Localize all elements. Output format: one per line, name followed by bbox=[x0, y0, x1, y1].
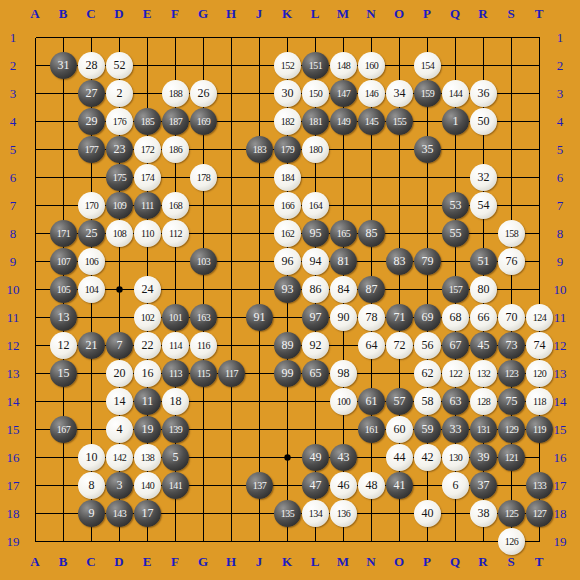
stone-N10-move-87[interactable]: 87 bbox=[358, 276, 385, 303]
row-label-right-6: 6 bbox=[557, 171, 564, 184]
stone-R10-move-80[interactable]: 80 bbox=[470, 276, 497, 303]
stone-F11-move-101[interactable]: 101 bbox=[162, 304, 189, 331]
stone-T14-move-118[interactable]: 118 bbox=[526, 388, 553, 415]
stone-K12-move-89[interactable]: 89 bbox=[274, 332, 301, 359]
row-label-left-6: 6 bbox=[10, 171, 17, 184]
stone-E18-move-17[interactable]: 17 bbox=[134, 500, 161, 527]
row-label-left-8: 8 bbox=[10, 227, 17, 240]
stone-C5-move-177[interactable]: 177 bbox=[78, 136, 105, 163]
stone-D14-move-14[interactable]: 14 bbox=[106, 388, 133, 415]
stone-D4-move-176[interactable]: 176 bbox=[106, 108, 133, 135]
row-label-left-5: 5 bbox=[10, 143, 17, 156]
stone-Q12-move-67[interactable]: 67 bbox=[442, 332, 469, 359]
stone-C7-move-170[interactable]: 170 bbox=[78, 192, 105, 219]
stone-S8-move-158[interactable]: 158 bbox=[498, 220, 525, 247]
stone-K4-move-182[interactable]: 182 bbox=[274, 108, 301, 135]
row-label-right-3: 3 bbox=[557, 87, 564, 100]
stone-E6-move-174[interactable]: 174 bbox=[134, 164, 161, 191]
stone-Q14-move-63[interactable]: 63 bbox=[442, 388, 469, 415]
stone-Q16-move-130[interactable]: 130 bbox=[442, 444, 469, 471]
row-label-left-19: 19 bbox=[7, 535, 20, 548]
row-label-right-19: 19 bbox=[554, 535, 567, 548]
stone-D16-move-142[interactable]: 142 bbox=[106, 444, 133, 471]
stone-J5-move-183[interactable]: 183 bbox=[246, 136, 273, 163]
row-label-right-16: 16 bbox=[554, 451, 567, 464]
stone-B12-move-12[interactable]: 12 bbox=[50, 332, 77, 359]
stone-S9-move-76[interactable]: 76 bbox=[498, 248, 525, 275]
row-label-left-12: 12 bbox=[7, 339, 20, 352]
stone-S16-move-121[interactable]: 121 bbox=[498, 444, 525, 471]
stone-N17-move-48[interactable]: 48 bbox=[358, 472, 385, 499]
col-label-bottom-J: J bbox=[256, 555, 263, 568]
row-label-right-11: 11 bbox=[554, 311, 567, 324]
stone-M14-move-100[interactable]: 100 bbox=[330, 388, 357, 415]
stone-S19-move-126[interactable]: 126 bbox=[498, 528, 525, 555]
col-label-bottom-D: D bbox=[114, 555, 123, 568]
stone-R7-move-54[interactable]: 54 bbox=[470, 192, 497, 219]
col-label-top-L: L bbox=[311, 7, 320, 20]
stone-T12-move-74[interactable]: 74 bbox=[526, 332, 553, 359]
stone-N11-move-78[interactable]: 78 bbox=[358, 304, 385, 331]
col-label-top-D: D bbox=[114, 7, 123, 20]
stone-K13-move-99[interactable]: 99 bbox=[274, 360, 301, 387]
stone-L4-move-181[interactable]: 181 bbox=[302, 108, 329, 135]
stone-C9-move-106[interactable]: 106 bbox=[78, 248, 105, 275]
col-label-top-M: M bbox=[337, 7, 349, 20]
stone-C12-move-21[interactable]: 21 bbox=[78, 332, 105, 359]
stone-L9-move-94[interactable]: 94 bbox=[302, 248, 329, 275]
stone-B8-move-171[interactable]: 171 bbox=[50, 220, 77, 247]
stone-Q7-move-53[interactable]: 53 bbox=[442, 192, 469, 219]
stone-D3-move-2[interactable]: 2 bbox=[106, 80, 133, 107]
stone-L12-move-92[interactable]: 92 bbox=[302, 332, 329, 359]
col-label-bottom-N: N bbox=[366, 555, 375, 568]
stone-D2-move-52[interactable]: 52 bbox=[106, 52, 133, 79]
row-label-right-9: 9 bbox=[557, 255, 564, 268]
stone-Q17-move-6[interactable]: 6 bbox=[442, 472, 469, 499]
row-label-left-9: 9 bbox=[10, 255, 17, 268]
stone-O3-move-34[interactable]: 34 bbox=[386, 80, 413, 107]
col-label-bottom-R: R bbox=[478, 555, 487, 568]
stone-B2-move-31[interactable]: 31 bbox=[50, 52, 77, 79]
col-label-top-J: J bbox=[256, 7, 263, 20]
stone-P16-move-42[interactable]: 42 bbox=[414, 444, 441, 471]
stone-R4-move-50[interactable]: 50 bbox=[470, 108, 497, 135]
stone-C10-move-104[interactable]: 104 bbox=[78, 276, 105, 303]
stone-Q8-move-55[interactable]: 55 bbox=[442, 220, 469, 247]
stone-O11-move-71[interactable]: 71 bbox=[386, 304, 413, 331]
stone-K6-move-184[interactable]: 184 bbox=[274, 164, 301, 191]
stone-T11-move-124[interactable]: 124 bbox=[526, 304, 553, 331]
row-label-left-10: 10 bbox=[7, 283, 20, 296]
stone-N2-move-160[interactable]: 160 bbox=[358, 52, 385, 79]
stone-D15-move-4[interactable]: 4 bbox=[106, 416, 133, 443]
stone-M17-move-46[interactable]: 46 bbox=[330, 472, 357, 499]
stone-N14-move-61[interactable]: 61 bbox=[358, 388, 385, 415]
stone-P13-move-62[interactable]: 62 bbox=[414, 360, 441, 387]
stone-M3-move-147[interactable]: 147 bbox=[330, 80, 357, 107]
stone-G11-move-163[interactable]: 163 bbox=[190, 304, 217, 331]
col-label-top-T: T bbox=[535, 7, 544, 20]
stone-S18-move-125[interactable]: 125 bbox=[498, 500, 525, 527]
stone-F15-move-139[interactable]: 139 bbox=[162, 416, 189, 443]
stone-R12-move-45[interactable]: 45 bbox=[470, 332, 497, 359]
stone-R13-move-132[interactable]: 132 bbox=[470, 360, 497, 387]
col-label-top-O: O bbox=[394, 7, 404, 20]
stone-D5-move-23[interactable]: 23 bbox=[106, 136, 133, 163]
stone-S11-move-70[interactable]: 70 bbox=[498, 304, 525, 331]
stone-M18-move-136[interactable]: 136 bbox=[330, 500, 357, 527]
col-label-top-E: E bbox=[143, 7, 152, 20]
stone-G6-move-178[interactable]: 178 bbox=[190, 164, 217, 191]
stone-K18-move-135[interactable]: 135 bbox=[274, 500, 301, 527]
row-label-left-15: 15 bbox=[7, 423, 20, 436]
stone-P11-move-69[interactable]: 69 bbox=[414, 304, 441, 331]
stone-E17-move-140[interactable]: 140 bbox=[134, 472, 161, 499]
row-label-left-18: 18 bbox=[7, 507, 20, 520]
stone-F7-move-168[interactable]: 168 bbox=[162, 192, 189, 219]
stone-S13-move-123[interactable]: 123 bbox=[498, 360, 525, 387]
stone-O15-move-60[interactable]: 60 bbox=[386, 416, 413, 443]
stone-K9-move-96[interactable]: 96 bbox=[274, 248, 301, 275]
row-label-left-17: 17 bbox=[7, 479, 20, 492]
row-label-right-14: 14 bbox=[554, 395, 567, 408]
stone-E4-move-185[interactable]: 185 bbox=[134, 108, 161, 135]
stone-P12-move-56[interactable]: 56 bbox=[414, 332, 441, 359]
row-label-right-13: 13 bbox=[554, 367, 567, 380]
stone-C2-move-28[interactable]: 28 bbox=[78, 52, 105, 79]
row-label-left-3: 3 bbox=[10, 87, 17, 100]
col-label-bottom-H: H bbox=[226, 555, 236, 568]
stone-C8-move-25[interactable]: 25 bbox=[78, 220, 105, 247]
stone-E7-move-111[interactable]: 111 bbox=[134, 192, 161, 219]
stone-C4-move-29[interactable]: 29 bbox=[78, 108, 105, 135]
stone-L17-move-47[interactable]: 47 bbox=[302, 472, 329, 499]
stone-K2-move-152[interactable]: 152 bbox=[274, 52, 301, 79]
stone-L8-move-95[interactable]: 95 bbox=[302, 220, 329, 247]
stone-R15-move-131[interactable]: 131 bbox=[470, 416, 497, 443]
stone-N15-move-161[interactable]: 161 bbox=[358, 416, 385, 443]
stone-K8-move-162[interactable]: 162 bbox=[274, 220, 301, 247]
col-label-bottom-F: F bbox=[171, 555, 179, 568]
stone-K7-move-166[interactable]: 166 bbox=[274, 192, 301, 219]
col-label-top-K: K bbox=[282, 7, 292, 20]
row-label-right-17: 17 bbox=[554, 479, 567, 492]
col-label-bottom-A: A bbox=[30, 555, 39, 568]
stone-T17-move-133[interactable]: 133 bbox=[526, 472, 553, 499]
col-label-top-R: R bbox=[478, 7, 487, 20]
col-label-top-Q: Q bbox=[450, 7, 460, 20]
stone-K5-move-179[interactable]: 179 bbox=[274, 136, 301, 163]
col-label-top-S: S bbox=[507, 7, 514, 20]
stone-F12-move-114[interactable]: 114 bbox=[162, 332, 189, 359]
row-label-right-4: 4 bbox=[557, 115, 564, 128]
stone-L10-move-86[interactable]: 86 bbox=[302, 276, 329, 303]
stone-L5-move-180[interactable]: 180 bbox=[302, 136, 329, 163]
stone-Q15-move-33[interactable]: 33 bbox=[442, 416, 469, 443]
stone-P15-move-59[interactable]: 59 bbox=[414, 416, 441, 443]
stone-T13-move-120[interactable]: 120 bbox=[526, 360, 553, 387]
stone-G13-move-115[interactable]: 115 bbox=[190, 360, 217, 387]
row-label-left-7: 7 bbox=[10, 199, 17, 212]
row-label-left-14: 14 bbox=[7, 395, 20, 408]
col-label-bottom-K: K bbox=[282, 555, 292, 568]
col-label-bottom-E: E bbox=[143, 555, 152, 568]
row-label-left-1: 1 bbox=[10, 31, 17, 44]
stone-L11-move-97[interactable]: 97 bbox=[302, 304, 329, 331]
col-label-top-A: A bbox=[30, 7, 39, 20]
stone-P5-move-35[interactable]: 35 bbox=[414, 136, 441, 163]
col-label-bottom-C: C bbox=[86, 555, 95, 568]
stone-O16-move-44[interactable]: 44 bbox=[386, 444, 413, 471]
row-label-right-18: 18 bbox=[554, 507, 567, 520]
stone-L18-move-134[interactable]: 134 bbox=[302, 500, 329, 527]
row-label-right-5: 5 bbox=[557, 143, 564, 156]
stone-O12-move-72[interactable]: 72 bbox=[386, 332, 413, 359]
stone-O17-move-41[interactable]: 41 bbox=[386, 472, 413, 499]
col-label-top-B: B bbox=[59, 7, 68, 20]
stone-D8-move-108[interactable]: 108 bbox=[106, 220, 133, 247]
row-label-left-2: 2 bbox=[10, 59, 17, 72]
stone-E11-move-102[interactable]: 102 bbox=[134, 304, 161, 331]
stone-B9-move-107[interactable]: 107 bbox=[50, 248, 77, 275]
stone-R3-move-36[interactable]: 36 bbox=[470, 80, 497, 107]
col-label-bottom-O: O bbox=[394, 555, 404, 568]
stone-B15-move-167[interactable]: 167 bbox=[50, 416, 77, 443]
stone-P2-move-154[interactable]: 154 bbox=[414, 52, 441, 79]
stone-T18-move-127[interactable]: 127 bbox=[526, 500, 553, 527]
col-label-bottom-B: B bbox=[59, 555, 68, 568]
stone-J17-move-137[interactable]: 137 bbox=[246, 472, 273, 499]
stone-D17-move-3[interactable]: 3 bbox=[106, 472, 133, 499]
col-label-bottom-P: P bbox=[423, 555, 431, 568]
stone-R14-move-128[interactable]: 128 bbox=[470, 388, 497, 415]
stone-Q11-move-68[interactable]: 68 bbox=[442, 304, 469, 331]
stone-R18-move-38[interactable]: 38 bbox=[470, 500, 497, 527]
stone-M2-move-148[interactable]: 148 bbox=[330, 52, 357, 79]
stone-P3-move-159[interactable]: 159 bbox=[414, 80, 441, 107]
stone-D6-move-175[interactable]: 175 bbox=[106, 164, 133, 191]
stone-P14-move-58[interactable]: 58 bbox=[414, 388, 441, 415]
stone-L13-move-65[interactable]: 65 bbox=[302, 360, 329, 387]
stone-D18-move-143[interactable]: 143 bbox=[106, 500, 133, 527]
row-label-right-10: 10 bbox=[554, 283, 567, 296]
stone-E13-move-16[interactable]: 16 bbox=[134, 360, 161, 387]
col-label-top-F: F bbox=[171, 7, 179, 20]
stone-R17-move-37[interactable]: 37 bbox=[470, 472, 497, 499]
row-label-left-4: 4 bbox=[10, 115, 17, 128]
col-label-bottom-S: S bbox=[507, 555, 514, 568]
stone-B13-move-15[interactable]: 15 bbox=[50, 360, 77, 387]
stone-O4-move-155[interactable]: 155 bbox=[386, 108, 413, 135]
col-label-top-H: H bbox=[226, 7, 236, 20]
stone-M9-move-81[interactable]: 81 bbox=[330, 248, 357, 275]
stone-C3-move-27[interactable]: 27 bbox=[78, 80, 105, 107]
stone-O14-move-57[interactable]: 57 bbox=[386, 388, 413, 415]
col-label-top-N: N bbox=[366, 7, 375, 20]
stone-F8-move-112[interactable]: 112 bbox=[162, 220, 189, 247]
stone-S14-move-75[interactable]: 75 bbox=[498, 388, 525, 415]
stone-F16-move-5[interactable]: 5 bbox=[162, 444, 189, 471]
stone-Q4-move-1[interactable]: 1 bbox=[442, 108, 469, 135]
stone-F5-move-186[interactable]: 186 bbox=[162, 136, 189, 163]
stone-E15-move-19[interactable]: 19 bbox=[134, 416, 161, 443]
stone-F14-move-18[interactable]: 18 bbox=[162, 388, 189, 415]
stone-R9-move-51[interactable]: 51 bbox=[470, 248, 497, 275]
stone-E5-move-172[interactable]: 172 bbox=[134, 136, 161, 163]
stone-G4-move-169[interactable]: 169 bbox=[190, 108, 217, 135]
stone-E14-move-11[interactable]: 11 bbox=[134, 388, 161, 415]
stone-N12-move-64[interactable]: 64 bbox=[358, 332, 385, 359]
row-label-left-16: 16 bbox=[7, 451, 20, 464]
stone-M4-move-149[interactable]: 149 bbox=[330, 108, 357, 135]
row-label-left-11: 11 bbox=[7, 311, 20, 324]
stone-S12-move-73[interactable]: 73 bbox=[498, 332, 525, 359]
stone-F4-move-187[interactable]: 187 bbox=[162, 108, 189, 135]
stone-R6-move-32[interactable]: 32 bbox=[470, 164, 497, 191]
col-label-bottom-G: G bbox=[198, 555, 208, 568]
row-label-right-8: 8 bbox=[557, 227, 564, 240]
stone-C17-move-8[interactable]: 8 bbox=[78, 472, 105, 499]
stone-N3-move-146[interactable]: 146 bbox=[358, 80, 385, 107]
col-label-bottom-Q: Q bbox=[450, 555, 460, 568]
stone-N4-move-145[interactable]: 145 bbox=[358, 108, 385, 135]
stone-Q3-move-144[interactable]: 144 bbox=[442, 80, 469, 107]
stone-O9-move-83[interactable]: 83 bbox=[386, 248, 413, 275]
stone-L2-move-151[interactable]: 151 bbox=[302, 52, 329, 79]
stone-C18-move-9[interactable]: 9 bbox=[78, 500, 105, 527]
row-label-right-12: 12 bbox=[554, 339, 567, 352]
stone-E16-move-138[interactable]: 138 bbox=[134, 444, 161, 471]
stone-E12-move-22[interactable]: 22 bbox=[134, 332, 161, 359]
stone-F3-move-188[interactable]: 188 bbox=[162, 80, 189, 107]
star-point-D10 bbox=[116, 286, 122, 292]
row-label-right-15: 15 bbox=[554, 423, 567, 436]
stone-G12-move-116[interactable]: 116 bbox=[190, 332, 217, 359]
stone-M10-move-84[interactable]: 84 bbox=[330, 276, 357, 303]
stone-Q10-move-157[interactable]: 157 bbox=[442, 276, 469, 303]
stone-L16-move-49[interactable]: 49 bbox=[302, 444, 329, 471]
col-label-top-C: C bbox=[86, 7, 95, 20]
stone-D12-move-7[interactable]: 7 bbox=[106, 332, 133, 359]
stone-T15-move-119[interactable]: 119 bbox=[526, 416, 553, 443]
go-board-diagram[interactable]: AABBCCDDEEFFGGHHJJKKLLMMNNOOPPQQRRSSTT11… bbox=[0, 0, 580, 580]
stone-S15-move-129[interactable]: 129 bbox=[498, 416, 525, 443]
stone-K10-move-93[interactable]: 93 bbox=[274, 276, 301, 303]
stone-M13-move-98[interactable]: 98 bbox=[330, 360, 357, 387]
stone-L3-move-150[interactable]: 150 bbox=[302, 80, 329, 107]
stone-D13-move-20[interactable]: 20 bbox=[106, 360, 133, 387]
stone-M11-move-90[interactable]: 90 bbox=[330, 304, 357, 331]
stone-M16-move-43[interactable]: 43 bbox=[330, 444, 357, 471]
stone-B11-move-13[interactable]: 13 bbox=[50, 304, 77, 331]
stone-F13-move-113[interactable]: 113 bbox=[162, 360, 189, 387]
stone-G9-move-103[interactable]: 103 bbox=[190, 248, 217, 275]
stone-P18-move-40[interactable]: 40 bbox=[414, 500, 441, 527]
col-label-bottom-M: M bbox=[337, 555, 349, 568]
stone-P9-move-79[interactable]: 79 bbox=[414, 248, 441, 275]
row-label-right-2: 2 bbox=[557, 59, 564, 72]
stone-J11-move-91[interactable]: 91 bbox=[246, 304, 273, 331]
stone-D7-move-109[interactable]: 109 bbox=[106, 192, 133, 219]
stone-E8-move-110[interactable]: 110 bbox=[134, 220, 161, 247]
stone-M8-move-165[interactable]: 165 bbox=[330, 220, 357, 247]
stone-C16-move-10[interactable]: 10 bbox=[78, 444, 105, 471]
stone-K3-move-30[interactable]: 30 bbox=[274, 80, 301, 107]
stone-R16-move-39[interactable]: 39 bbox=[470, 444, 497, 471]
stone-B10-move-105[interactable]: 105 bbox=[50, 276, 77, 303]
col-label-top-P: P bbox=[423, 7, 431, 20]
stone-Q13-move-122[interactable]: 122 bbox=[442, 360, 469, 387]
row-label-left-13: 13 bbox=[7, 367, 20, 380]
col-label-bottom-L: L bbox=[311, 555, 320, 568]
stone-H13-move-117[interactable]: 117 bbox=[218, 360, 245, 387]
col-label-bottom-T: T bbox=[535, 555, 544, 568]
stone-E10-move-24[interactable]: 24 bbox=[134, 276, 161, 303]
stone-N8-move-85[interactable]: 85 bbox=[358, 220, 385, 247]
stone-R11-move-66[interactable]: 66 bbox=[470, 304, 497, 331]
stone-L7-move-164[interactable]: 164 bbox=[302, 192, 329, 219]
stone-F17-move-141[interactable]: 141 bbox=[162, 472, 189, 499]
row-label-right-1: 1 bbox=[557, 31, 564, 44]
star-point-K16 bbox=[284, 454, 290, 460]
row-label-right-7: 7 bbox=[557, 199, 564, 212]
stone-G3-move-26[interactable]: 26 bbox=[190, 80, 217, 107]
col-label-top-G: G bbox=[198, 7, 208, 20]
